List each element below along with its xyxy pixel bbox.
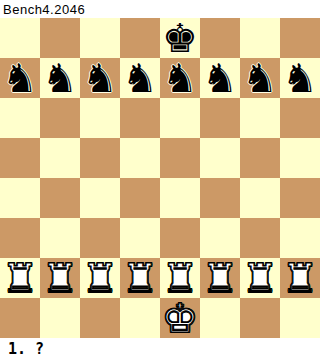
black-knight[interactable]: ♞: [122, 58, 158, 98]
black-knight[interactable]: ♞: [42, 58, 78, 98]
square-g2[interactable]: ♜: [240, 258, 280, 298]
status-bar: 1. ?: [0, 338, 320, 360]
square-d8[interactable]: [120, 18, 160, 58]
square-c3[interactable]: [80, 218, 120, 258]
black-knight[interactable]: ♞: [162, 58, 198, 98]
square-b1[interactable]: [40, 298, 80, 338]
black-knight[interactable]: ♞: [242, 58, 278, 98]
square-a5[interactable]: [0, 138, 40, 178]
white-king[interactable]: ♚: [162, 298, 198, 338]
square-a4[interactable]: [0, 178, 40, 218]
square-c1[interactable]: [80, 298, 120, 338]
square-h7[interactable]: ♞: [280, 58, 320, 98]
move-prompt: 1. ?: [8, 340, 44, 358]
square-c4[interactable]: [80, 178, 120, 218]
white-rook[interactable]: ♜: [202, 258, 238, 298]
black-knight[interactable]: ♞: [2, 58, 38, 98]
square-e6[interactable]: [160, 98, 200, 138]
square-f6[interactable]: [200, 98, 240, 138]
square-f4[interactable]: [200, 178, 240, 218]
white-rook[interactable]: ♜: [2, 258, 38, 298]
square-h2[interactable]: ♜: [280, 258, 320, 298]
white-rook[interactable]: ♜: [42, 258, 78, 298]
square-d4[interactable]: [120, 178, 160, 218]
square-b8[interactable]: [40, 18, 80, 58]
square-a6[interactable]: [0, 98, 40, 138]
square-h6[interactable]: [280, 98, 320, 138]
white-rook[interactable]: ♜: [242, 258, 278, 298]
square-b7[interactable]: ♞: [40, 58, 80, 98]
square-f1[interactable]: [200, 298, 240, 338]
square-e4[interactable]: [160, 178, 200, 218]
square-b4[interactable]: [40, 178, 80, 218]
square-h5[interactable]: [280, 138, 320, 178]
white-rook[interactable]: ♜: [82, 258, 118, 298]
square-g6[interactable]: [240, 98, 280, 138]
black-king[interactable]: ♚: [162, 18, 198, 58]
square-f2[interactable]: ♜: [200, 258, 240, 298]
square-d6[interactable]: [120, 98, 160, 138]
square-c2[interactable]: ♜: [80, 258, 120, 298]
square-e5[interactable]: [160, 138, 200, 178]
square-a2[interactable]: ♜: [0, 258, 40, 298]
square-d5[interactable]: [120, 138, 160, 178]
square-g8[interactable]: [240, 18, 280, 58]
square-d1[interactable]: [120, 298, 160, 338]
square-e7[interactable]: ♞: [160, 58, 200, 98]
square-d3[interactable]: [120, 218, 160, 258]
square-c5[interactable]: [80, 138, 120, 178]
square-d2[interactable]: ♜: [120, 258, 160, 298]
square-e3[interactable]: [160, 218, 200, 258]
square-c6[interactable]: [80, 98, 120, 138]
window-title: Bench4.2046: [3, 2, 85, 17]
white-rook[interactable]: ♜: [282, 258, 318, 298]
square-f3[interactable]: [200, 218, 240, 258]
square-b3[interactable]: [40, 218, 80, 258]
black-knight[interactable]: ♞: [202, 58, 238, 98]
square-g3[interactable]: [240, 218, 280, 258]
chess-board[interactable]: ♚♞♞♞♞♞♞♞♞♜♜♜♜♜♜♜♜♚: [0, 18, 320, 338]
square-g5[interactable]: [240, 138, 280, 178]
square-a3[interactable]: [0, 218, 40, 258]
square-b6[interactable]: [40, 98, 80, 138]
square-g7[interactable]: ♞: [240, 58, 280, 98]
white-rook[interactable]: ♜: [122, 258, 158, 298]
square-h8[interactable]: [280, 18, 320, 58]
square-a8[interactable]: [0, 18, 40, 58]
square-e8[interactable]: ♚: [160, 18, 200, 58]
window-title-bar: Bench4.2046: [0, 0, 320, 18]
square-c8[interactable]: [80, 18, 120, 58]
square-f7[interactable]: ♞: [200, 58, 240, 98]
square-g4[interactable]: [240, 178, 280, 218]
square-e2[interactable]: ♜: [160, 258, 200, 298]
square-h4[interactable]: [280, 178, 320, 218]
black-knight[interactable]: ♞: [282, 58, 318, 98]
square-a1[interactable]: [0, 298, 40, 338]
square-c7[interactable]: ♞: [80, 58, 120, 98]
square-d7[interactable]: ♞: [120, 58, 160, 98]
square-g1[interactable]: [240, 298, 280, 338]
square-b2[interactable]: ♜: [40, 258, 80, 298]
square-f5[interactable]: [200, 138, 240, 178]
white-rook[interactable]: ♜: [162, 258, 198, 298]
square-a7[interactable]: ♞: [0, 58, 40, 98]
square-f8[interactable]: [200, 18, 240, 58]
square-h3[interactable]: [280, 218, 320, 258]
square-h1[interactable]: [280, 298, 320, 338]
black-knight[interactable]: ♞: [82, 58, 118, 98]
square-b5[interactable]: [40, 138, 80, 178]
square-e1[interactable]: ♚: [160, 298, 200, 338]
